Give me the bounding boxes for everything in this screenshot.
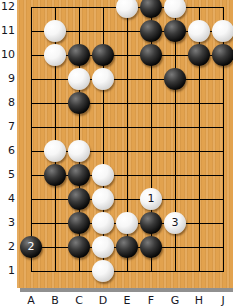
stone-E3-white[interactable]	[116, 212, 138, 234]
stone-C8-black[interactable]	[68, 92, 90, 114]
stone-J11-white[interactable]	[212, 20, 233, 42]
stone-F4-white[interactable]: 1	[140, 188, 162, 210]
stone-D3-white[interactable]	[92, 212, 114, 234]
column-label-C: C	[69, 294, 89, 308]
column-label-H: H	[189, 294, 209, 308]
stone-E2-black[interactable]	[116, 236, 138, 258]
column-label-J: J	[213, 294, 233, 308]
row-label-1: 1	[0, 264, 15, 278]
row-label-7: 7	[0, 120, 15, 134]
move-number-label: 1	[148, 188, 155, 210]
column-label-G: G	[165, 294, 185, 308]
move-number-label: 3	[172, 212, 179, 234]
stone-D10-black[interactable]	[92, 44, 114, 66]
stone-G9-black[interactable]	[164, 68, 186, 90]
stone-C10-black[interactable]	[68, 44, 90, 66]
stone-D2-white[interactable]	[92, 236, 114, 258]
stone-C3-black[interactable]	[68, 212, 90, 234]
stone-F11-black[interactable]	[140, 20, 162, 42]
column-label-F: F	[141, 294, 161, 308]
stone-D5-white[interactable]	[92, 164, 114, 186]
row-label-11: 11	[0, 24, 15, 38]
stone-F3-black[interactable]	[140, 212, 162, 234]
column-label-E: E	[117, 294, 137, 308]
stone-G3-white[interactable]: 3	[164, 212, 186, 234]
row-label-4: 4	[0, 192, 15, 206]
stone-F10-black[interactable]	[140, 44, 162, 66]
stone-B10-white[interactable]	[44, 44, 66, 66]
stone-C6-white[interactable]	[68, 140, 90, 162]
stone-D1-white[interactable]	[92, 260, 114, 282]
stone-F2-black[interactable]	[140, 236, 162, 258]
row-label-8: 8	[0, 96, 15, 110]
row-label-12: 12	[0, 0, 15, 14]
stone-B6-white[interactable]	[44, 140, 66, 162]
stone-H10-black[interactable]	[188, 44, 210, 66]
row-label-10: 10	[0, 48, 15, 62]
stone-D4-white[interactable]	[92, 188, 114, 210]
stone-C2-black[interactable]	[68, 236, 90, 258]
stone-G11-black[interactable]	[164, 20, 186, 42]
stone-D9-white[interactable]	[92, 68, 114, 90]
move-number-label: 2	[28, 236, 35, 258]
stone-B5-black[interactable]	[44, 164, 66, 186]
stone-C5-black[interactable]	[68, 164, 90, 186]
row-label-3: 3	[0, 216, 15, 230]
row-label-6: 6	[0, 144, 15, 158]
row-label-2: 2	[0, 240, 15, 254]
stone-J10-black[interactable]	[212, 44, 233, 66]
row-label-5: 5	[0, 168, 15, 182]
stone-C4-black[interactable]	[68, 188, 90, 210]
column-label-D: D	[93, 294, 113, 308]
stone-C9-white[interactable]	[68, 68, 90, 90]
stone-A2-black[interactable]: 2	[20, 236, 42, 258]
stone-B11-white[interactable]	[44, 20, 66, 42]
stone-H11-white[interactable]	[188, 20, 210, 42]
row-label-9: 9	[0, 72, 15, 86]
go-board[interactable]: 132	[17, 0, 233, 288]
column-label-A: A	[21, 294, 41, 308]
column-label-B: B	[45, 294, 65, 308]
